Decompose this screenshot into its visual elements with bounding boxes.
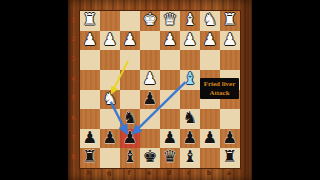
square-h2[interactable]: ♟ (80, 31, 100, 51)
piece-bB-f8[interactable]: ♝ (120, 148, 140, 168)
square-b2[interactable]: ♟ (200, 31, 220, 51)
piece-bR-a8[interactable]: ♜ (220, 148, 240, 168)
square-c8[interactable]: ♝ (180, 148, 200, 168)
square-d7[interactable]: ♟ (160, 129, 180, 149)
square-a8[interactable]: ♜ (220, 148, 240, 168)
square-g4[interactable] (100, 70, 120, 90)
square-e2[interactable] (140, 31, 160, 51)
piece-bP-e5[interactable]: ♟ (140, 90, 160, 110)
square-g3[interactable] (100, 50, 120, 70)
square-c5[interactable] (180, 90, 200, 110)
square-f3[interactable] (120, 50, 140, 70)
square-g1[interactable] (100, 11, 120, 31)
annotation-line-1: Fried liver (204, 80, 236, 88)
square-f6[interactable]: ♞ (120, 109, 140, 129)
piece-bP-d7[interactable]: ♟ (160, 129, 180, 149)
square-a7[interactable]: ♟ (220, 129, 240, 149)
piece-wN-b1[interactable]: ♞ (200, 11, 220, 31)
rank-label-8: 8 (68, 154, 79, 161)
piece-wP-a2[interactable]: ♟ (220, 31, 240, 51)
piece-bR-h8[interactable]: ♜ (80, 148, 100, 168)
square-h8[interactable]: ♜ (80, 148, 100, 168)
square-h6[interactable] (80, 109, 100, 129)
square-b6[interactable] (200, 109, 220, 129)
square-c3[interactable] (180, 50, 200, 70)
piece-wK-e1[interactable]: ♚ (140, 11, 160, 31)
piece-wB-c1[interactable]: ♝ (180, 11, 200, 31)
rank-label-5: 5 (68, 95, 79, 102)
square-b7[interactable]: ♟ (200, 129, 220, 149)
piece-bN-c6[interactable]: ♞ (180, 109, 200, 129)
annotation-line-2: Attack (209, 89, 229, 97)
rank-label-2: 2 (68, 36, 79, 43)
square-e6[interactable] (140, 109, 160, 129)
piece-wP-h2[interactable]: ♟ (80, 31, 100, 51)
square-h4[interactable] (80, 70, 100, 90)
piece-bP-c7[interactable]: ♟ (180, 129, 200, 149)
file-label-h: h (79, 170, 99, 177)
square-d3[interactable] (160, 50, 180, 70)
file-label-e: e (139, 170, 159, 177)
square-d8[interactable]: ♛ (160, 148, 180, 168)
square-b3[interactable] (200, 50, 220, 70)
square-f1[interactable] (120, 11, 140, 31)
rank-label-6: 6 (68, 115, 79, 122)
piece-bP-a7[interactable]: ♟ (220, 129, 240, 149)
piece-wQ-d1[interactable]: ♛ (160, 11, 180, 31)
square-d1[interactable]: ♛ (160, 11, 180, 31)
rank-label-3: 3 (68, 56, 79, 63)
piece-wN-g5[interactable]: ♞ (100, 90, 120, 110)
letterbox-left (0, 0, 68, 180)
square-g6[interactable] (100, 109, 120, 129)
piece-wR-h1[interactable]: ♜ (80, 11, 100, 31)
square-d5[interactable] (160, 90, 180, 110)
square-h1[interactable]: ♜ (80, 11, 100, 31)
piece-wP-c2[interactable]: ♟ (180, 31, 200, 51)
square-g8[interactable] (100, 148, 120, 168)
piece-wP-b2[interactable]: ♟ (200, 31, 220, 51)
square-e7[interactable] (140, 129, 160, 149)
file-labels: hgfedcba (79, 168, 239, 180)
square-a2[interactable]: ♟ (220, 31, 240, 51)
file-label-a: a (219, 170, 239, 177)
square-a3[interactable] (220, 50, 240, 70)
square-b8[interactable] (200, 148, 220, 168)
square-f4[interactable] (120, 70, 140, 90)
square-e8[interactable]: ♚ (140, 148, 160, 168)
square-a1[interactable]: ♜ (220, 11, 240, 31)
piece-bP-g7[interactable]: ♟ (100, 129, 120, 149)
square-c2[interactable]: ♟ (180, 31, 200, 51)
square-b1[interactable]: ♞ (200, 11, 220, 31)
square-d4[interactable] (160, 70, 180, 90)
rank-label-4: 4 (68, 76, 79, 83)
square-h7[interactable]: ♟ (80, 129, 100, 149)
piece-wB-c4[interactable]: ♝ (180, 70, 200, 90)
square-g7[interactable]: ♟ (100, 129, 120, 149)
rank-labels: 12345678 (68, 10, 79, 167)
square-c1[interactable]: ♝ (180, 11, 200, 31)
file-label-c: c (179, 170, 199, 177)
square-a6[interactable] (220, 109, 240, 129)
file-label-f: f (119, 170, 139, 177)
piece-wP-d2[interactable]: ♟ (160, 31, 180, 51)
square-c6[interactable]: ♞ (180, 109, 200, 129)
square-c4[interactable]: ♝ (180, 70, 200, 90)
piece-wP-f2[interactable]: ♟ (120, 31, 140, 51)
square-f7[interactable]: ♟ (120, 129, 140, 149)
file-label-d: d (159, 170, 179, 177)
square-d2[interactable]: ♟ (160, 31, 180, 51)
rank-label-1: 1 (68, 17, 79, 24)
square-e1[interactable]: ♚ (140, 11, 160, 31)
square-e3[interactable] (140, 50, 160, 70)
square-e5[interactable]: ♟ (140, 90, 160, 110)
opening-annotation: Fried liver Attack (200, 78, 239, 99)
square-c7[interactable]: ♟ (180, 129, 200, 149)
piece-bP-h7[interactable]: ♟ (80, 129, 100, 149)
rank-label-7: 7 (68, 135, 79, 142)
letterbox-right (252, 0, 320, 180)
square-f8[interactable]: ♝ (120, 148, 140, 168)
piece-bK-e8[interactable]: ♚ (140, 148, 160, 168)
chess-app-screenshot: ♜♚♛♝♞♜♟♟♟♟♟♟♟♟♝♞♟♞♞♟♟♟♟♟♟♟♜♝♚♛♝♜ 1234567… (0, 0, 320, 180)
piece-wP-e4[interactable]: ♟ (140, 70, 160, 90)
file-label-b: b (199, 170, 219, 177)
piece-bP-f7[interactable]: ♟ (120, 129, 140, 149)
square-g5[interactable]: ♞ (100, 90, 120, 110)
piece-bB-c8[interactable]: ♝ (180, 148, 200, 168)
piece-wR-a1[interactable]: ♜ (220, 11, 240, 31)
square-f5[interactable] (120, 90, 140, 110)
square-f2[interactable]: ♟ (120, 31, 140, 51)
piece-wP-g2[interactable]: ♟ (100, 31, 120, 51)
piece-bN-f6[interactable]: ♞ (120, 109, 140, 129)
square-d6[interactable] (160, 109, 180, 129)
square-h5[interactable] (80, 90, 100, 110)
piece-bQ-d8[interactable]: ♛ (160, 148, 180, 168)
file-label-g: g (99, 170, 119, 177)
square-h3[interactable] (80, 50, 100, 70)
piece-bP-b7[interactable]: ♟ (200, 129, 220, 149)
square-g2[interactable]: ♟ (100, 31, 120, 51)
square-e4[interactable]: ♟ (140, 70, 160, 90)
